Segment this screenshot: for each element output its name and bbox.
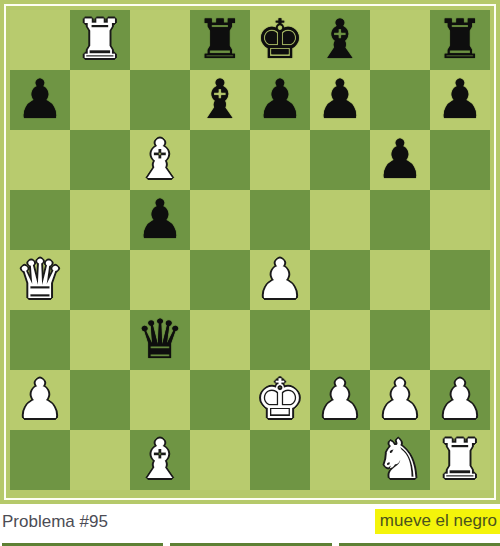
square-g5[interactable] — [370, 190, 430, 250]
square-f1[interactable] — [310, 430, 370, 490]
square-b4[interactable] — [70, 250, 130, 310]
problem-title: Problema #95 — [2, 512, 108, 532]
square-h3[interactable] — [430, 310, 490, 370]
square-d6[interactable] — [190, 130, 250, 190]
square-f8[interactable]: ♝ — [310, 10, 370, 70]
square-b5[interactable] — [70, 190, 130, 250]
square-g1[interactable]: ♞ — [370, 430, 430, 490]
square-d1[interactable] — [190, 430, 250, 490]
square-a3[interactable] — [10, 310, 70, 370]
square-f6[interactable] — [310, 130, 370, 190]
square-c5[interactable]: ♟ — [130, 190, 190, 250]
square-e5[interactable] — [250, 190, 310, 250]
piece-black-bishop: ♝ — [196, 70, 244, 130]
square-d2[interactable] — [190, 370, 250, 430]
piece-black-pawn: ♟ — [376, 130, 424, 190]
square-g6[interactable]: ♟ — [370, 130, 430, 190]
square-h1[interactable]: ♜ — [430, 430, 490, 490]
square-h7[interactable]: ♟ — [430, 70, 490, 130]
square-b1[interactable] — [70, 430, 130, 490]
piece-black-pawn: ♟ — [256, 70, 304, 130]
square-b3[interactable] — [70, 310, 130, 370]
square-f4[interactable] — [310, 250, 370, 310]
square-a8[interactable] — [10, 10, 70, 70]
square-f2[interactable]: ♟ — [310, 370, 370, 430]
piece-black-rook: ♜ — [196, 10, 244, 70]
square-h6[interactable] — [430, 130, 490, 190]
square-c6[interactable]: ♝ — [130, 130, 190, 190]
piece-white-bishop: ♝ — [136, 130, 184, 190]
piece-white-pawn: ♟ — [256, 250, 304, 310]
square-e8[interactable]: ♚ — [250, 10, 310, 70]
chess-board: ♜♜♚♝♜♟♝♟♟♟♝♟♟♛♟♛♟♚♟♟♟♝♞♜ — [10, 10, 490, 490]
square-e1[interactable] — [250, 430, 310, 490]
piece-black-pawn: ♟ — [136, 190, 184, 250]
square-c1[interactable]: ♝ — [130, 430, 190, 490]
square-c4[interactable] — [130, 250, 190, 310]
piece-black-bishop: ♝ — [316, 10, 364, 70]
square-b8[interactable]: ♜ — [70, 10, 130, 70]
square-f3[interactable] — [310, 310, 370, 370]
square-a6[interactable] — [10, 130, 70, 190]
square-d8[interactable]: ♜ — [190, 10, 250, 70]
square-a1[interactable] — [10, 430, 70, 490]
footer: Problema #95 mueve el negro — [0, 504, 500, 534]
piece-black-pawn: ♟ — [16, 70, 64, 130]
piece-white-king: ♚ — [256, 370, 304, 430]
board-frame: ♜♜♚♝♜♟♝♟♟♟♝♟♟♛♟♛♟♚♟♟♟♝♞♜ — [0, 0, 500, 504]
square-c8[interactable] — [130, 10, 190, 70]
square-b2[interactable] — [70, 370, 130, 430]
square-a2[interactable]: ♟ — [10, 370, 70, 430]
square-d5[interactable] — [190, 190, 250, 250]
square-a7[interactable]: ♟ — [10, 70, 70, 130]
piece-white-knight: ♞ — [376, 430, 424, 490]
square-e6[interactable] — [250, 130, 310, 190]
piece-white-pawn: ♟ — [436, 370, 484, 430]
square-g8[interactable] — [370, 10, 430, 70]
chess-problem-page: ♜♜♚♝♜♟♝♟♟♟♝♟♟♛♟♛♟♚♟♟♟♝♞♜ Problema #95 mu… — [0, 0, 500, 546]
square-g7[interactable] — [370, 70, 430, 130]
square-e3[interactable] — [250, 310, 310, 370]
square-a4[interactable]: ♛ — [10, 250, 70, 310]
square-h2[interactable]: ♟ — [430, 370, 490, 430]
square-g2[interactable]: ♟ — [370, 370, 430, 430]
square-d3[interactable] — [190, 310, 250, 370]
square-g4[interactable] — [370, 250, 430, 310]
piece-black-pawn: ♟ — [316, 70, 364, 130]
square-e4[interactable]: ♟ — [250, 250, 310, 310]
square-f5[interactable] — [310, 190, 370, 250]
square-h5[interactable] — [430, 190, 490, 250]
square-a5[interactable] — [10, 190, 70, 250]
piece-white-pawn: ♟ — [376, 370, 424, 430]
turn-indicator-badge: mueve el negro — [375, 509, 500, 534]
piece-white-rook: ♜ — [76, 10, 124, 70]
piece-black-pawn: ♟ — [436, 70, 484, 130]
square-d7[interactable]: ♝ — [190, 70, 250, 130]
square-e7[interactable]: ♟ — [250, 70, 310, 130]
square-e2[interactable]: ♚ — [250, 370, 310, 430]
square-f7[interactable]: ♟ — [310, 70, 370, 130]
piece-white-pawn: ♟ — [316, 370, 364, 430]
piece-black-queen: ♛ — [136, 310, 184, 370]
square-d4[interactable] — [190, 250, 250, 310]
piece-black-king: ♚ — [256, 10, 304, 70]
piece-black-rook: ♜ — [436, 10, 484, 70]
piece-white-bishop: ♝ — [136, 430, 184, 490]
square-h4[interactable] — [430, 250, 490, 310]
square-b7[interactable] — [70, 70, 130, 130]
square-c2[interactable] — [130, 370, 190, 430]
piece-white-queen: ♛ — [16, 250, 64, 310]
square-g3[interactable] — [370, 310, 430, 370]
square-c3[interactable]: ♛ — [130, 310, 190, 370]
square-b6[interactable] — [70, 130, 130, 190]
piece-white-pawn: ♟ — [16, 370, 64, 430]
square-c7[interactable] — [130, 70, 190, 130]
square-h8[interactable]: ♜ — [430, 10, 490, 70]
piece-white-rook: ♜ — [436, 430, 484, 490]
